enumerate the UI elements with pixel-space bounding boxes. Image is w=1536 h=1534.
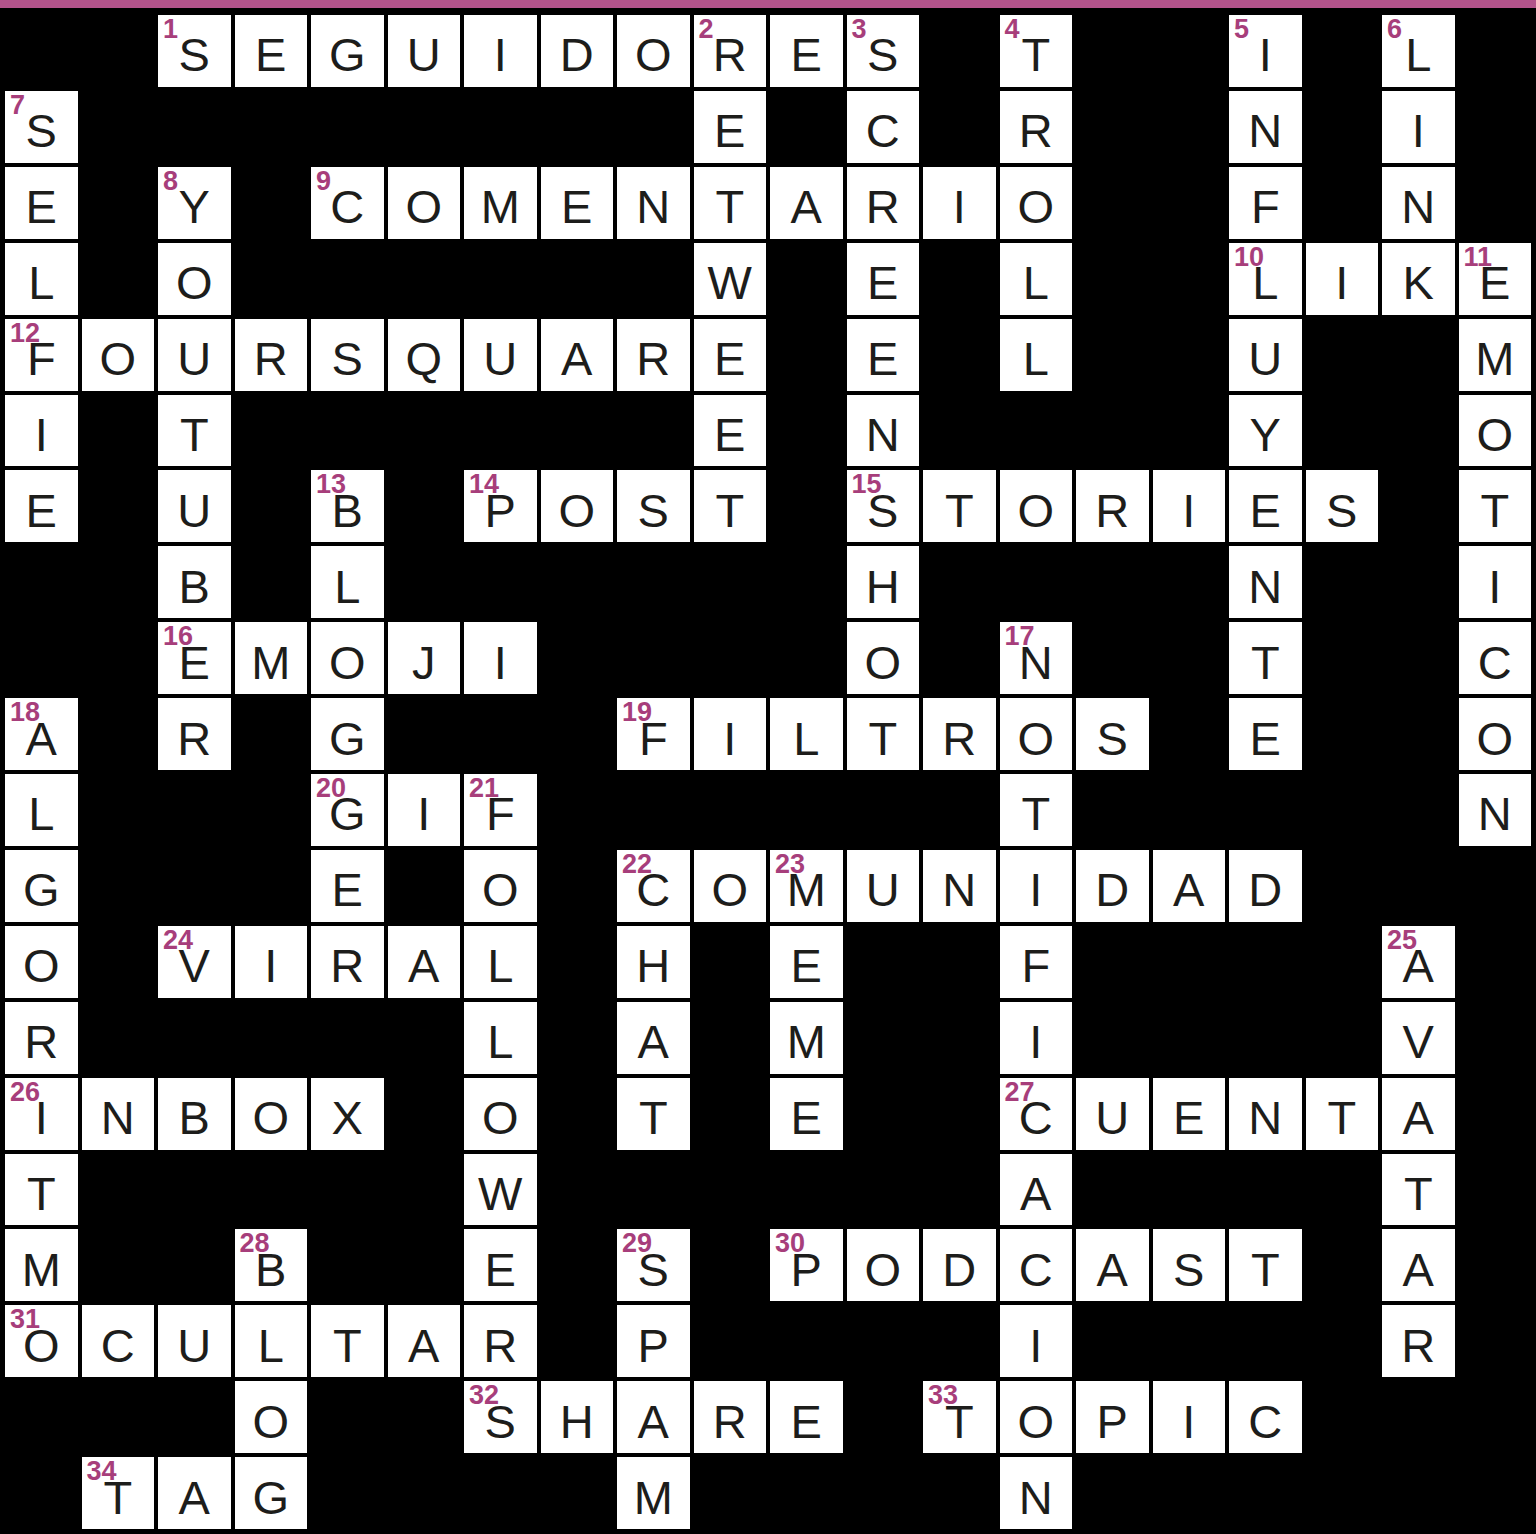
letter-cell[interactable]: E	[768, 1076, 845, 1152]
letter-cell[interactable]: I	[3, 393, 80, 469]
letter-cell[interactable]: E	[309, 848, 386, 924]
letter-cell[interactable]: 30P	[768, 1227, 845, 1303]
letter-cell[interactable]: 16E	[156, 620, 233, 696]
block-cell	[1380, 468, 1457, 544]
block-cell	[615, 89, 692, 165]
letter-cell[interactable]: 9C	[309, 165, 386, 241]
letter-cell[interactable]: A	[615, 1379, 692, 1455]
cell-letter: C	[101, 1322, 135, 1369]
letter-cell[interactable]: 14P	[462, 468, 539, 544]
letter-cell[interactable]: L	[998, 317, 1075, 393]
letter-cell[interactable]: J	[386, 620, 463, 696]
letter-cell[interactable]: I	[1457, 544, 1534, 620]
block-cell	[692, 1303, 769, 1379]
letter-cell[interactable]: U	[386, 13, 463, 89]
letter-cell[interactable]: T	[1380, 1152, 1457, 1228]
letter-cell[interactable]: 18A	[3, 696, 80, 772]
letter-cell[interactable]: C	[998, 1227, 1075, 1303]
block-cell	[1151, 1455, 1228, 1531]
cell-letter: A	[26, 715, 57, 762]
letter-cell[interactable]: S	[1304, 468, 1381, 544]
cell-letter: N	[1478, 790, 1512, 837]
block-cell	[462, 393, 539, 469]
letter-cell[interactable]: T	[1227, 1227, 1304, 1303]
letter-cell[interactable]: H	[539, 1379, 616, 1455]
letter-cell[interactable]: 10L	[1227, 241, 1304, 317]
letter-cell[interactable]: I	[462, 13, 539, 89]
letter-cell[interactable]: E	[462, 1227, 539, 1303]
cell-letter: O	[99, 335, 136, 382]
block-cell	[3, 620, 80, 696]
letter-cell[interactable]: I	[386, 772, 463, 848]
cell-letter: O	[23, 1322, 60, 1369]
letter-cell[interactable]: 23M	[768, 848, 845, 924]
letter-cell[interactable]: R	[462, 1303, 539, 1379]
letter-cell[interactable]: R	[845, 165, 922, 241]
cell-letter: C	[1019, 1094, 1053, 1141]
block-cell	[156, 1152, 233, 1228]
letter-cell[interactable]: X	[309, 1076, 386, 1152]
letter-cell[interactable]: D	[539, 13, 616, 89]
letter-cell[interactable]: O	[998, 468, 1075, 544]
letter-cell[interactable]: M	[233, 620, 310, 696]
cell-letter: T	[27, 1170, 56, 1217]
letter-cell[interactable]: I	[921, 165, 998, 241]
letter-cell[interactable]: 21F	[462, 772, 539, 848]
cell-letter: M	[251, 639, 290, 686]
letter-cell[interactable]: O	[3, 924, 80, 1000]
letter-cell[interactable]: O	[156, 241, 233, 317]
letter-cell[interactable]: U	[462, 317, 539, 393]
letter-cell[interactable]: O	[80, 317, 157, 393]
block-cell	[845, 1076, 922, 1152]
letter-cell[interactable]: S	[615, 468, 692, 544]
letter-cell[interactable]: 20G	[309, 772, 386, 848]
cell-letter: V	[179, 942, 210, 989]
letter-cell[interactable]: O	[462, 848, 539, 924]
letter-cell[interactable]: O	[233, 1379, 310, 1455]
letter-cell[interactable]: E	[692, 89, 769, 165]
letter-cell[interactable]: Y	[1227, 393, 1304, 469]
letter-cell[interactable]: T	[3, 1152, 80, 1228]
letter-cell[interactable]: L	[768, 696, 845, 772]
cell-letter: R	[483, 1322, 517, 1369]
letter-cell[interactable]: I	[1151, 468, 1228, 544]
block-cell	[615, 544, 692, 620]
letter-cell[interactable]: T	[156, 393, 233, 469]
letter-cell[interactable]: I	[998, 1303, 1075, 1379]
letter-cell[interactable]: R	[309, 924, 386, 1000]
letter-cell[interactable]: A	[768, 165, 845, 241]
letter-cell[interactable]: R	[998, 89, 1075, 165]
block-cell	[386, 241, 463, 317]
block-cell	[1151, 241, 1228, 317]
letter-cell[interactable]: T	[615, 1076, 692, 1152]
letter-cell[interactable]: T	[845, 696, 922, 772]
letter-cell[interactable]: U	[156, 317, 233, 393]
letter-cell[interactable]: O	[845, 1227, 922, 1303]
letter-cell[interactable]: L	[998, 241, 1075, 317]
letter-cell[interactable]: E	[1227, 696, 1304, 772]
letter-cell[interactable]: W	[692, 241, 769, 317]
block-cell	[768, 468, 845, 544]
letter-cell[interactable]: M	[462, 165, 539, 241]
letter-cell[interactable]: H	[845, 544, 922, 620]
letter-cell[interactable]: R	[921, 696, 998, 772]
letter-cell[interactable]: L	[3, 241, 80, 317]
cell-letter: U	[866, 866, 900, 913]
letter-cell[interactable]: F	[1227, 165, 1304, 241]
block-cell	[1227, 772, 1304, 848]
letter-cell[interactable]: T	[1227, 620, 1304, 696]
letter-cell[interactable]: N	[80, 1076, 157, 1152]
block-cell	[386, 89, 463, 165]
letter-cell[interactable]: O	[692, 848, 769, 924]
letter-cell[interactable]: E	[768, 924, 845, 1000]
cell-letter: A	[179, 1474, 210, 1521]
letter-cell[interactable]: 4T	[998, 13, 1075, 89]
letter-cell[interactable]: O	[998, 165, 1075, 241]
cell-letter: O	[1017, 183, 1054, 230]
cell-letter: O	[1476, 411, 1513, 458]
letter-cell[interactable]: N	[1227, 544, 1304, 620]
letter-cell[interactable]: I	[998, 848, 1075, 924]
letter-cell[interactable]: E	[3, 165, 80, 241]
letter-cell[interactable]: F	[998, 924, 1075, 1000]
cell-letter: S	[332, 335, 363, 382]
cell-letter: G	[329, 715, 366, 762]
block-cell	[3, 1379, 80, 1455]
letter-cell[interactable]: 34T	[80, 1455, 157, 1531]
block-cell	[386, 1000, 463, 1076]
block-cell	[921, 772, 998, 848]
letter-cell[interactable]: T	[692, 468, 769, 544]
block-cell	[80, 89, 157, 165]
letter-cell[interactable]: M	[768, 1000, 845, 1076]
letter-cell[interactable]: 1S	[156, 13, 233, 89]
letter-cell[interactable]: 26I	[3, 1076, 80, 1152]
block-cell	[1304, 1379, 1381, 1455]
block-cell	[309, 89, 386, 165]
block-cell	[156, 848, 233, 924]
letter-cell[interactable]: N	[615, 165, 692, 241]
block-cell	[80, 848, 157, 924]
letter-cell[interactable]: G	[309, 13, 386, 89]
letter-cell[interactable]: L	[309, 544, 386, 620]
block-cell	[1380, 393, 1457, 469]
letter-cell[interactable]: N	[1227, 1076, 1304, 1152]
letter-cell[interactable]: 33T	[921, 1379, 998, 1455]
block-cell	[1074, 317, 1151, 393]
letter-cell[interactable]: S	[1074, 696, 1151, 772]
block-cell	[539, 1000, 616, 1076]
letter-cell[interactable]: O	[233, 1076, 310, 1152]
block-cell	[1151, 620, 1228, 696]
letter-cell[interactable]: 17N	[998, 620, 1075, 696]
letter-cell[interactable]: L	[3, 772, 80, 848]
letter-cell[interactable]: U	[845, 848, 922, 924]
cell-letter: E	[714, 335, 745, 382]
block-cell	[768, 1455, 845, 1531]
block-cell	[1074, 544, 1151, 620]
letter-cell[interactable]: E	[1151, 1076, 1228, 1152]
letter-cell[interactable]: 31O	[3, 1303, 80, 1379]
letter-cell[interactable]: U	[156, 1303, 233, 1379]
letter-cell[interactable]: B	[156, 544, 233, 620]
block-cell	[845, 1303, 922, 1379]
letter-cell[interactable]: C	[80, 1303, 157, 1379]
cell-letter: T	[945, 487, 974, 534]
letter-cell[interactable]: 28B	[233, 1227, 310, 1303]
block-cell	[1151, 393, 1228, 469]
letter-cell[interactable]: E	[3, 468, 80, 544]
letter-cell[interactable]: 2R	[692, 13, 769, 89]
block-cell	[3, 1455, 80, 1531]
letter-cell[interactable]: R	[156, 696, 233, 772]
letter-cell[interactable]: A	[998, 1152, 1075, 1228]
cell-letter: R	[713, 31, 747, 78]
letter-cell[interactable]: N	[1457, 772, 1534, 848]
block-cell	[1151, 924, 1228, 1000]
letter-cell[interactable]: R	[1380, 1303, 1457, 1379]
letter-cell[interactable]: R	[3, 1000, 80, 1076]
letter-cell[interactable]: 24V	[156, 924, 233, 1000]
block-cell	[1304, 544, 1381, 620]
letter-cell[interactable]: N	[921, 848, 998, 924]
letter-cell[interactable]: P	[1074, 1379, 1151, 1455]
letter-cell[interactable]: S	[1151, 1227, 1228, 1303]
letter-cell[interactable]: O	[615, 13, 692, 89]
cell-letter: R	[713, 1398, 747, 1445]
letter-cell[interactable]: 32S	[462, 1379, 539, 1455]
letter-cell[interactable]: B	[156, 1076, 233, 1152]
letter-cell[interactable]: I	[233, 924, 310, 1000]
block-cell	[80, 241, 157, 317]
letter-cell[interactable]: T	[309, 1303, 386, 1379]
block-cell	[921, 1076, 998, 1152]
letter-cell[interactable]: K	[1380, 241, 1457, 317]
cell-letter: W	[708, 259, 752, 306]
cell-letter: L	[28, 790, 54, 837]
block-cell	[921, 317, 998, 393]
letter-cell[interactable]: M	[1457, 317, 1534, 393]
block-cell	[921, 1303, 998, 1379]
letter-cell[interactable]: C	[1457, 620, 1534, 696]
letter-cell[interactable]: O	[309, 620, 386, 696]
block-cell	[539, 924, 616, 1000]
letter-cell[interactable]: E	[539, 165, 616, 241]
letter-cell[interactable]: 13B	[309, 468, 386, 544]
letter-cell[interactable]: I	[1304, 241, 1381, 317]
letter-cell[interactable]: A	[1380, 1227, 1457, 1303]
letter-cell[interactable]: T	[692, 165, 769, 241]
letter-cell[interactable]: 29S	[615, 1227, 692, 1303]
letter-cell[interactable]: E	[768, 1379, 845, 1455]
letter-cell[interactable]: D	[921, 1227, 998, 1303]
block-cell	[1151, 1152, 1228, 1228]
block-cell	[768, 241, 845, 317]
letter-cell[interactable]: T	[921, 468, 998, 544]
block-cell	[156, 89, 233, 165]
cell-letter: E	[791, 942, 822, 989]
letter-cell[interactable]: E	[233, 13, 310, 89]
letter-cell[interactable]: I	[462, 620, 539, 696]
letter-cell[interactable]: M	[615, 1455, 692, 1531]
letter-cell[interactable]: U	[1074, 1076, 1151, 1152]
letter-cell[interactable]: E	[692, 393, 769, 469]
letter-cell[interactable]: I	[1380, 89, 1457, 165]
letter-cell[interactable]: 19F	[615, 696, 692, 772]
letter-cell[interactable]: C	[1227, 1379, 1304, 1455]
letter-cell[interactable]: R	[692, 1379, 769, 1455]
letter-cell[interactable]: Q	[386, 317, 463, 393]
block-cell	[80, 1227, 157, 1303]
letter-cell[interactable]: L	[462, 1000, 539, 1076]
block-cell	[1151, 13, 1228, 89]
letter-cell[interactable]: N	[998, 1455, 1075, 1531]
clue-number: 8	[163, 168, 178, 195]
block-cell	[1457, 1455, 1534, 1531]
block-cell	[1457, 13, 1534, 89]
block-cell	[309, 1455, 386, 1531]
block-cell	[615, 393, 692, 469]
letter-cell[interactable]: R	[1074, 468, 1151, 544]
cell-letter: T	[180, 411, 209, 458]
cell-letter: L	[487, 942, 513, 989]
block-cell	[845, 772, 922, 848]
block-cell	[1304, 1455, 1381, 1531]
block-cell	[1304, 620, 1381, 696]
letter-cell[interactable]: R	[233, 317, 310, 393]
letter-cell[interactable]: E	[845, 317, 922, 393]
cell-letter: R	[1019, 107, 1053, 154]
letter-cell[interactable]: I	[998, 1000, 1075, 1076]
block-cell	[80, 696, 157, 772]
block-cell	[156, 1227, 233, 1303]
block-cell	[1380, 696, 1457, 772]
letter-cell[interactable]: 11E	[1457, 241, 1534, 317]
letter-cell[interactable]: S	[309, 317, 386, 393]
letter-cell[interactable]: E	[768, 13, 845, 89]
cell-letter: Y	[1250, 411, 1281, 458]
letter-cell[interactable]: I	[1151, 1379, 1228, 1455]
cell-letter: A	[1403, 1246, 1434, 1293]
letter-cell[interactable]: L	[233, 1303, 310, 1379]
block-cell	[1074, 89, 1151, 165]
letter-cell[interactable]: O	[998, 1379, 1075, 1455]
letter-cell[interactable]: O	[1457, 696, 1534, 772]
cell-letter: I	[1182, 487, 1195, 534]
letter-cell[interactable]: T	[1457, 468, 1534, 544]
letter-cell[interactable]: O	[998, 696, 1075, 772]
letter-cell[interactable]: G	[3, 848, 80, 924]
letter-cell[interactable]: 5I	[1227, 13, 1304, 89]
letter-cell[interactable]: A	[615, 1000, 692, 1076]
letter-cell[interactable]: O	[1457, 393, 1534, 469]
letter-cell[interactable]: 12F	[3, 317, 80, 393]
letter-cell[interactable]: O	[386, 165, 463, 241]
cell-letter: Q	[405, 335, 442, 382]
letter-cell[interactable]: O	[845, 620, 922, 696]
cell-letter: J	[412, 639, 436, 686]
letter-cell[interactable]: A	[1151, 848, 1228, 924]
letter-cell[interactable]: N	[1227, 89, 1304, 165]
letter-cell[interactable]: 3S	[845, 13, 922, 89]
cell-letter: E	[714, 411, 745, 458]
letter-cell[interactable]: A	[386, 1303, 463, 1379]
block-cell	[309, 1379, 386, 1455]
block-cell	[1457, 165, 1534, 241]
letter-cell[interactable]: A	[156, 1455, 233, 1531]
letter-cell[interactable]: N	[845, 393, 922, 469]
cell-letter: O	[635, 31, 672, 78]
letter-cell[interactable]: G	[309, 696, 386, 772]
letter-cell[interactable]: 27C	[998, 1076, 1075, 1152]
letter-cell[interactable]: V	[1380, 1000, 1457, 1076]
letter-cell[interactable]: A	[386, 924, 463, 1000]
letter-cell[interactable]: 22C	[615, 848, 692, 924]
block-cell	[615, 241, 692, 317]
letter-cell[interactable]: 6L	[1380, 13, 1457, 89]
block-cell	[845, 1152, 922, 1228]
block-cell	[386, 468, 463, 544]
letter-cell[interactable]: E	[692, 317, 769, 393]
letter-cell[interactable]: O	[539, 468, 616, 544]
block-cell	[692, 924, 769, 1000]
letter-cell[interactable]: A	[1380, 1076, 1457, 1152]
cell-letter: N	[1019, 1474, 1053, 1521]
letter-cell[interactable]: 15S	[845, 468, 922, 544]
letter-cell[interactable]: M	[3, 1227, 80, 1303]
letter-cell[interactable]: N	[1380, 165, 1457, 241]
letter-cell[interactable]: O	[462, 1076, 539, 1152]
block-cell	[233, 696, 310, 772]
clue-number: 4	[1005, 16, 1020, 43]
letter-cell[interactable]: E	[1227, 468, 1304, 544]
letter-cell[interactable]: 8Y	[156, 165, 233, 241]
letter-cell[interactable]: H	[615, 924, 692, 1000]
letter-cell[interactable]: A	[539, 317, 616, 393]
letter-cell[interactable]: C	[845, 89, 922, 165]
letter-cell[interactable]: I	[692, 696, 769, 772]
block-cell	[1227, 1152, 1304, 1228]
letter-cell[interactable]: W	[462, 1152, 539, 1228]
letter-cell[interactable]: U	[156, 468, 233, 544]
letter-cell[interactable]: P	[615, 1303, 692, 1379]
letter-cell[interactable]: A	[1074, 1227, 1151, 1303]
letter-cell[interactable]: T	[1304, 1076, 1381, 1152]
block-cell	[921, 1000, 998, 1076]
letter-cell[interactable]: E	[845, 241, 922, 317]
cell-letter: O	[864, 639, 901, 686]
block-cell	[80, 1379, 157, 1455]
block-cell	[1074, 241, 1151, 317]
letter-cell[interactable]: D	[1227, 848, 1304, 924]
block-cell	[233, 1152, 310, 1228]
letter-cell[interactable]: 7S	[3, 89, 80, 165]
cell-letter: G	[252, 1474, 289, 1521]
letter-cell[interactable]: U	[1227, 317, 1304, 393]
block-cell	[1151, 317, 1228, 393]
letter-cell[interactable]: D	[1074, 848, 1151, 924]
letter-cell[interactable]: R	[615, 317, 692, 393]
letter-cell[interactable]: L	[462, 924, 539, 1000]
block-cell	[539, 1303, 616, 1379]
letter-cell[interactable]: G	[233, 1455, 310, 1531]
letter-cell[interactable]: T	[998, 772, 1075, 848]
cell-letter: E	[332, 866, 363, 913]
letter-cell[interactable]: 25A	[1380, 924, 1457, 1000]
